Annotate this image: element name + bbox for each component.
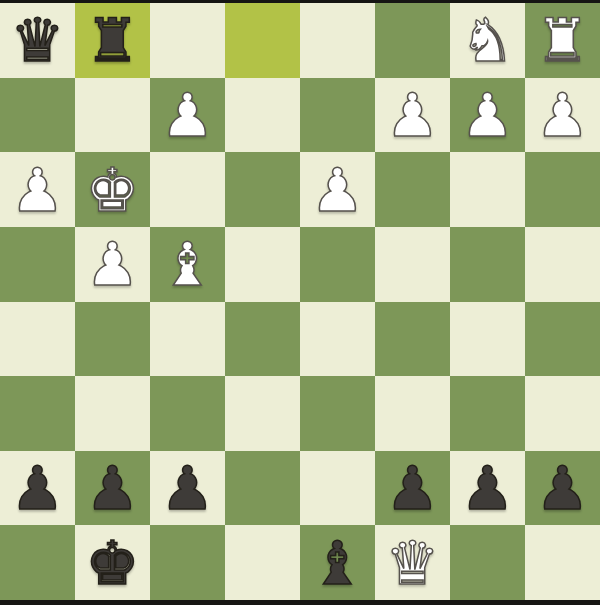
square-f5[interactable] <box>150 302 225 377</box>
square-g1[interactable]: ♜ <box>75 3 150 78</box>
square-f3[interactable] <box>150 152 225 227</box>
square-c7[interactable]: ♟ <box>375 451 450 526</box>
piece-white-pawn-b2[interactable]: ♟ <box>450 78 525 153</box>
piece-white-pawn-g4[interactable]: ♟ <box>75 227 150 302</box>
square-f1[interactable] <box>150 3 225 78</box>
square-a3[interactable] <box>525 152 600 227</box>
piece-black-pawn-h7[interactable]: ♟ <box>0 451 75 526</box>
square-f6[interactable] <box>150 376 225 451</box>
piece-black-pawn-a7[interactable]: ♟ <box>525 451 600 526</box>
square-c4[interactable] <box>375 227 450 302</box>
piece-black-rook-g1[interactable]: ♜ <box>75 3 150 78</box>
piece-white-pawn-f2[interactable]: ♟ <box>150 78 225 153</box>
square-g7[interactable]: ♟ <box>75 451 150 526</box>
square-a8[interactable] <box>525 525 600 600</box>
square-e7[interactable] <box>225 451 300 526</box>
square-e3[interactable] <box>225 152 300 227</box>
square-c5[interactable] <box>375 302 450 377</box>
piece-white-pawn-h3[interactable]: ♟ <box>0 152 75 227</box>
square-b6[interactable] <box>450 376 525 451</box>
piece-black-pawn-g7[interactable]: ♟ <box>75 451 150 526</box>
piece-white-pawn-c2[interactable]: ♟ <box>375 78 450 153</box>
square-h1[interactable]: ♛ <box>0 3 75 78</box>
square-d2[interactable] <box>300 78 375 153</box>
square-h2[interactable] <box>0 78 75 153</box>
piece-white-queen-c8[interactable]: ♛ <box>375 525 450 600</box>
square-b8[interactable] <box>450 525 525 600</box>
square-a4[interactable] <box>525 227 600 302</box>
chess-board: ♛♜♞♜♟♟♟♟♟♚♟♟♝♟♟♟♟♟♟♚♝♛ <box>0 3 600 600</box>
square-a7[interactable]: ♟ <box>525 451 600 526</box>
square-h8[interactable] <box>0 525 75 600</box>
square-b1[interactable]: ♞ <box>450 3 525 78</box>
piece-white-knight-b1[interactable]: ♞ <box>450 3 525 78</box>
piece-white-rook-a1[interactable]: ♜ <box>525 3 600 78</box>
square-e4[interactable] <box>225 227 300 302</box>
square-d1[interactable] <box>300 3 375 78</box>
piece-black-bishop-d8[interactable]: ♝ <box>300 525 375 600</box>
square-h7[interactable]: ♟ <box>0 451 75 526</box>
square-b2[interactable]: ♟ <box>450 78 525 153</box>
square-b4[interactable] <box>450 227 525 302</box>
piece-white-bishop-f4[interactable]: ♝ <box>150 227 225 302</box>
piece-black-pawn-b7[interactable]: ♟ <box>450 451 525 526</box>
square-e2[interactable] <box>225 78 300 153</box>
piece-white-pawn-a2[interactable]: ♟ <box>525 78 600 153</box>
square-e6[interactable] <box>225 376 300 451</box>
piece-black-pawn-c7[interactable]: ♟ <box>375 451 450 526</box>
chess-app-stage: ♛♜♞♜♟♟♟♟♟♚♟♟♝♟♟♟♟♟♟♚♝♛ <box>0 0 600 605</box>
square-d4[interactable] <box>300 227 375 302</box>
square-d7[interactable] <box>300 451 375 526</box>
square-e1[interactable] <box>225 3 300 78</box>
piece-white-king-g3[interactable]: ♚ <box>75 152 150 227</box>
square-g8[interactable]: ♚ <box>75 525 150 600</box>
square-g4[interactable]: ♟ <box>75 227 150 302</box>
square-f4[interactable]: ♝ <box>150 227 225 302</box>
square-d8[interactable]: ♝ <box>300 525 375 600</box>
square-h6[interactable] <box>0 376 75 451</box>
square-b5[interactable] <box>450 302 525 377</box>
square-f7[interactable]: ♟ <box>150 451 225 526</box>
square-h5[interactable] <box>0 302 75 377</box>
square-c8[interactable]: ♛ <box>375 525 450 600</box>
square-d5[interactable] <box>300 302 375 377</box>
square-a5[interactable] <box>525 302 600 377</box>
square-g2[interactable] <box>75 78 150 153</box>
square-g3[interactable]: ♚ <box>75 152 150 227</box>
square-a1[interactable]: ♜ <box>525 3 600 78</box>
piece-black-queen-h1[interactable]: ♛ <box>0 3 75 78</box>
square-h4[interactable] <box>0 227 75 302</box>
square-g5[interactable] <box>75 302 150 377</box>
square-a2[interactable]: ♟ <box>525 78 600 153</box>
square-f2[interactable]: ♟ <box>150 78 225 153</box>
square-c2[interactable]: ♟ <box>375 78 450 153</box>
square-b3[interactable] <box>450 152 525 227</box>
piece-black-king-g8[interactable]: ♚ <box>75 525 150 600</box>
piece-white-pawn-d3[interactable]: ♟ <box>300 152 375 227</box>
square-a6[interactable] <box>525 376 600 451</box>
square-c6[interactable] <box>375 376 450 451</box>
square-f8[interactable] <box>150 525 225 600</box>
square-e5[interactable] <box>225 302 300 377</box>
square-b7[interactable]: ♟ <box>450 451 525 526</box>
letterbox-bottom <box>0 600 600 605</box>
square-h3[interactable]: ♟ <box>0 152 75 227</box>
square-d3[interactable]: ♟ <box>300 152 375 227</box>
piece-black-pawn-f7[interactable]: ♟ <box>150 451 225 526</box>
square-c1[interactable] <box>375 3 450 78</box>
square-g6[interactable] <box>75 376 150 451</box>
square-c3[interactable] <box>375 152 450 227</box>
square-e8[interactable] <box>225 525 300 600</box>
square-d6[interactable] <box>300 376 375 451</box>
